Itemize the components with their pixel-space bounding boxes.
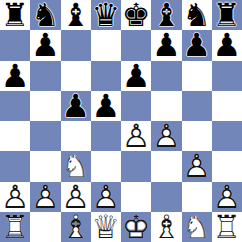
square-a7[interactable] [0,30,30,60]
square-c3[interactable]: ♞♘ [61,151,91,181]
square-c7[interactable] [61,30,91,60]
square-d5[interactable]: ♟ [91,91,121,121]
piece-black-bishop[interactable]: ♝ [61,0,91,30]
black-pawn-icon: ♟ [61,91,91,121]
square-d4[interactable] [91,121,121,151]
white-bishop-outline-icon: ♗ [151,212,181,242]
piece-white-pawn[interactable]: ♟♙ [151,121,181,151]
piece-white-king[interactable]: ♚♔ [121,212,151,242]
square-a5[interactable] [0,91,30,121]
square-a1[interactable]: ♜♖ [0,212,30,242]
piece-black-pawn[interactable]: ♟ [212,30,242,60]
white-bishop-outline-icon: ♗ [61,212,91,242]
square-g3[interactable]: ♟♙ [182,151,212,181]
square-a3[interactable] [0,151,30,181]
square-g6[interactable] [182,61,212,91]
white-rook-outline-icon: ♖ [212,212,242,242]
white-pawn-outline-icon: ♙ [30,182,60,212]
piece-white-queen[interactable]: ♛♕ [91,212,121,242]
square-a8[interactable]: ♜ [0,0,30,30]
piece-white-rook[interactable]: ♜♖ [0,212,30,242]
square-e6[interactable]: ♟ [121,61,151,91]
square-d3[interactable] [91,151,121,181]
black-pawn-icon: ♟ [0,61,30,91]
piece-black-pawn[interactable]: ♟ [182,30,212,60]
square-h6[interactable] [212,61,242,91]
square-g7[interactable]: ♟ [182,30,212,60]
piece-black-king[interactable]: ♚ [121,0,151,30]
square-b1[interactable] [30,212,60,242]
black-pawn-icon: ♟ [182,30,212,60]
piece-white-pawn[interactable]: ♟♙ [121,121,151,151]
white-pawn-outline-icon: ♙ [182,151,212,181]
square-f6[interactable] [151,61,181,91]
square-c8[interactable]: ♝ [61,0,91,30]
black-queen-icon: ♛ [91,0,121,30]
square-e4[interactable]: ♟♙ [121,121,151,151]
square-d1[interactable]: ♛♕ [91,212,121,242]
square-h5[interactable] [212,91,242,121]
piece-black-pawn[interactable]: ♟ [91,91,121,121]
square-h3[interactable] [212,151,242,181]
piece-black-pawn[interactable]: ♟ [151,30,181,60]
square-d8[interactable]: ♛ [91,0,121,30]
piece-white-bishop[interactable]: ♝♗ [151,212,181,242]
piece-black-pawn[interactable]: ♟ [121,61,151,91]
white-king-outline-icon: ♔ [121,212,151,242]
square-f3[interactable] [151,151,181,181]
white-queen-outline-icon: ♕ [91,212,121,242]
piece-black-pawn[interactable]: ♟ [61,91,91,121]
square-b2[interactable]: ♟♙ [30,182,60,212]
square-e3[interactable] [121,151,151,181]
piece-white-pawn[interactable]: ♟♙ [30,182,60,212]
square-e7[interactable] [121,30,151,60]
square-c1[interactable]: ♝♗ [61,212,91,242]
square-b7[interactable]: ♟ [30,30,60,60]
square-h4[interactable] [212,121,242,151]
white-knight-outline-icon: ♘ [61,151,91,181]
square-f7[interactable]: ♟ [151,30,181,60]
square-d7[interactable] [91,30,121,60]
white-pawn-outline-icon: ♙ [121,121,151,151]
square-e8[interactable]: ♚ [121,0,151,30]
black-pawn-icon: ♟ [30,30,60,60]
square-h7[interactable]: ♟ [212,30,242,60]
piece-black-queen[interactable]: ♛ [91,0,121,30]
piece-black-pawn[interactable]: ♟ [0,61,30,91]
square-b4[interactable] [30,121,60,151]
square-h1[interactable]: ♜♖ [212,212,242,242]
square-g5[interactable] [182,91,212,121]
black-pawn-icon: ♟ [121,61,151,91]
square-e1[interactable]: ♚♔ [121,212,151,242]
piece-white-rook[interactable]: ♜♖ [212,212,242,242]
black-bishop-icon: ♝ [61,0,91,30]
square-b3[interactable] [30,151,60,181]
white-knight-outline-icon: ♘ [182,212,212,242]
chess-board: ♜♞♝♛♚♝♞♜♟♟♟♟♟♟♟♟♟♙♟♙♞♘♟♙♟♙♟♙♟♙♟♙♟♙♜♖♝♗♛♕… [0,0,242,242]
black-pawn-icon: ♟ [91,91,121,121]
white-rook-outline-icon: ♖ [0,212,30,242]
piece-black-pawn[interactable]: ♟ [30,30,60,60]
square-c5[interactable]: ♟ [61,91,91,121]
black-king-icon: ♚ [121,0,151,30]
piece-white-bishop[interactable]: ♝♗ [61,212,91,242]
square-a6[interactable]: ♟ [0,61,30,91]
square-f1[interactable]: ♝♗ [151,212,181,242]
piece-white-knight[interactable]: ♞♘ [61,151,91,181]
white-pawn-outline-icon: ♙ [151,121,181,151]
square-a4[interactable] [0,121,30,151]
piece-white-pawn[interactable]: ♟♙ [182,151,212,181]
piece-black-rook[interactable]: ♜ [0,0,30,30]
square-f4[interactable]: ♟♙ [151,121,181,151]
black-pawn-icon: ♟ [151,30,181,60]
black-pawn-icon: ♟ [212,30,242,60]
square-b5[interactable] [30,91,60,121]
square-b6[interactable] [30,61,60,91]
piece-white-knight[interactable]: ♞♘ [182,212,212,242]
square-g1[interactable]: ♞♘ [182,212,212,242]
black-rook-icon: ♜ [0,0,30,30]
